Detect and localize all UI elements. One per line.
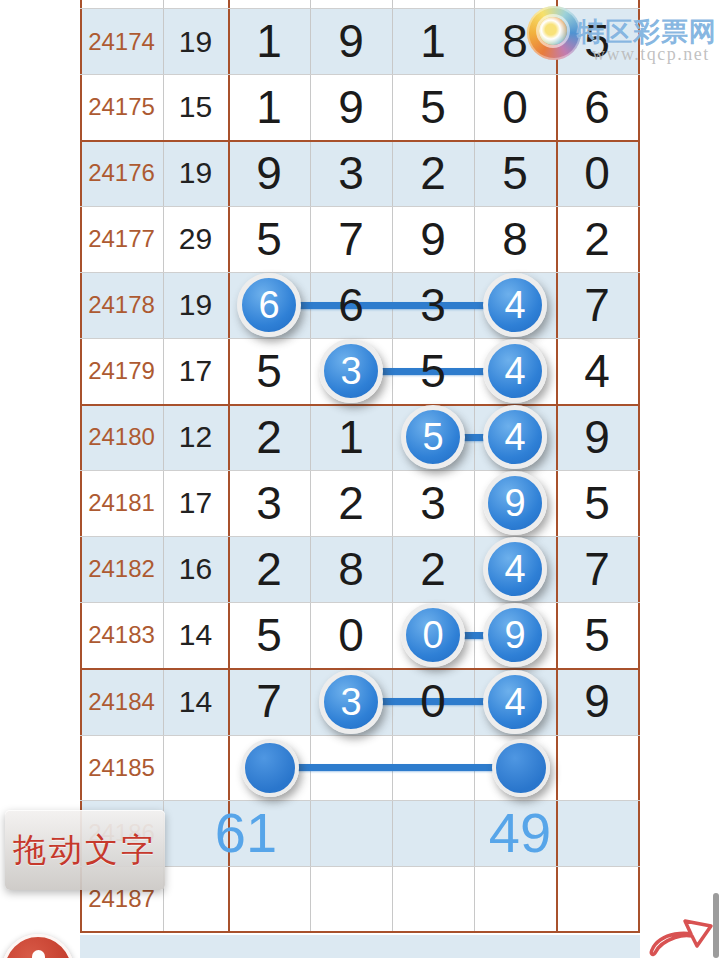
digit-cell[interactable]: 7 [310, 206, 392, 272]
digit-cell[interactable]: 0 [310, 602, 392, 668]
drag-marker-circle[interactable] [492, 739, 550, 797]
digit-cell[interactable]: 2 [392, 140, 474, 206]
digit-cell[interactable]: 3 [392, 272, 474, 338]
digit-cell[interactable]: 9 [228, 140, 310, 206]
digit-cell[interactable]: 5 [228, 602, 310, 668]
digit-cell[interactable]: 9 [310, 74, 392, 140]
period-cell: 24174 [80, 9, 163, 74]
digit-cell[interactable]: 5 [474, 140, 556, 206]
period-cell: 24183 [80, 602, 163, 668]
jump-arrow-icon[interactable] [644, 912, 720, 958]
connector-line [270, 764, 521, 771]
period-cell: 24184 [80, 668, 163, 735]
digit-cell[interactable]: 9 [556, 404, 638, 470]
circled-digit[interactable]: 4 [483, 405, 547, 469]
scrollbar-thumb[interactable] [713, 893, 719, 958]
digit-cell[interactable]: 7 [228, 668, 310, 735]
digit-cell[interactable]: 2 [392, 536, 474, 602]
digit-cell[interactable]: 1 [310, 404, 392, 470]
period-cell: 24181 [80, 470, 163, 536]
group-divider-line [80, 931, 640, 933]
circled-digit[interactable]: 4 [483, 537, 547, 601]
grid-hline [80, 800, 640, 801]
digit-cell[interactable]: 9 [392, 206, 474, 272]
sum-cell: 19 [163, 140, 228, 206]
period-cell: 24176 [80, 140, 163, 206]
circled-digit[interactable]: 4 [483, 273, 547, 337]
period-cell: 24179 [80, 338, 163, 404]
digit-cell[interactable]: 5 [556, 602, 638, 668]
sum-cell: 19 [163, 272, 228, 338]
circled-digit[interactable]: 4 [483, 339, 547, 403]
digit-cell[interactable]: 5 [228, 338, 310, 404]
sum-cell: 17 [163, 338, 228, 404]
grid-hline [80, 735, 640, 736]
period-cell: 24182 [80, 536, 163, 602]
circled-digit[interactable]: 9 [483, 471, 547, 535]
digit-cell[interactable]: 8 [310, 536, 392, 602]
sum-cell: 29 [163, 206, 228, 272]
circled-digit[interactable]: 3 [319, 339, 383, 403]
sum-cell: 14 [163, 668, 228, 735]
drag-marker-circle[interactable] [241, 739, 299, 797]
digit-cell[interactable]: 5 [228, 206, 310, 272]
download-arrow-icon [32, 950, 45, 958]
digit-cell[interactable]: 2 [228, 536, 310, 602]
digit-cell[interactable]: 1 [228, 9, 310, 74]
drag-text-button[interactable]: 拖动文字 [5, 810, 165, 890]
sum-cell: 19 [163, 9, 228, 74]
digit-cell[interactable]: 3 [310, 140, 392, 206]
sum-drag-value[interactable]: 61 [191, 802, 301, 864]
digit-cell[interactable]: 7 [556, 272, 638, 338]
period-cell: 24185 [80, 735, 163, 800]
digit-cell[interactable]: 0 [392, 668, 474, 735]
digit-cell[interactable]: 9 [310, 9, 392, 74]
drag-text-label: 拖动文字 [13, 828, 157, 873]
digit-cell[interactable]: 5 [392, 74, 474, 140]
sum-cell: 12 [163, 404, 228, 470]
digit-cell[interactable]: 8 [474, 9, 556, 74]
digit-cell[interactable]: 2 [228, 404, 310, 470]
period-cell: 24178 [80, 272, 163, 338]
sum-cell: 15 [163, 74, 228, 140]
sum-drag-value[interactable]: 49 [465, 802, 575, 864]
digit-cell[interactable]: 2 [310, 470, 392, 536]
digit-cell[interactable]: 3 [228, 470, 310, 536]
digit-cell[interactable]: 5 [392, 338, 474, 404]
digit-cell[interactable]: 0 [474, 74, 556, 140]
next-row-partial [80, 935, 640, 958]
digit-cell[interactable]: 0 [556, 140, 638, 206]
trend-table: 2417419191852417515195062417619932502417… [80, 0, 640, 933]
digit-cell[interactable]: 8 [474, 206, 556, 272]
digit-cell[interactable]: 1 [392, 9, 474, 74]
period-cell: 24177 [80, 206, 163, 272]
digit-cell[interactable]: 4 [556, 338, 638, 404]
digit-cell[interactable]: 5 [556, 9, 638, 74]
sum-cell: 17 [163, 470, 228, 536]
digit-cell[interactable]: 1 [228, 74, 310, 140]
period-cell: 24180 [80, 404, 163, 470]
digit-cell[interactable]: 9 [556, 668, 638, 735]
sum-cell: 14 [163, 602, 228, 668]
sum-cell: 16 [163, 536, 228, 602]
digit-cell[interactable]: 7 [556, 536, 638, 602]
digit-cell[interactable]: 5 [556, 470, 638, 536]
circled-digit[interactable]: 6 [237, 273, 301, 337]
circled-digit[interactable]: 9 [483, 603, 547, 667]
period-cell: 24175 [80, 74, 163, 140]
circled-digit[interactable]: 5 [401, 405, 465, 469]
digit-cell[interactable]: 6 [556, 74, 638, 140]
circled-digit[interactable]: 3 [319, 670, 383, 734]
digit-cell[interactable]: 3 [392, 470, 474, 536]
circled-digit[interactable]: 4 [483, 670, 547, 734]
circled-digit[interactable]: 0 [401, 603, 465, 667]
digit-cell[interactable]: 2 [556, 206, 638, 272]
download-fab-button[interactable] [2, 934, 74, 958]
lottery-trend-screen: 2417419191852417515195062417619932502417… [0, 0, 720, 958]
digit-cell[interactable]: 6 [310, 272, 392, 338]
